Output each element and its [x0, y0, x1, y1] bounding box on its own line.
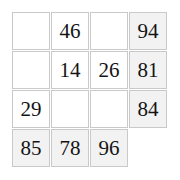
total-cell-r2c4: 81: [129, 51, 167, 89]
empty-cell-r1c3[interactable]: [90, 12, 128, 50]
total-cell-r1c4: 94: [129, 12, 167, 50]
empty-cell-r2c1[interactable]: [12, 51, 50, 89]
given-cell-r1c2: 46: [51, 12, 89, 50]
given-cell-r2c2: 14: [51, 51, 89, 89]
total-cell-r4c1: 85: [12, 129, 50, 167]
sum-grid-board: 46941426812984857896: [12, 12, 167, 167]
given-cell-r2c3: 26: [90, 51, 128, 89]
empty-cell-r3c2[interactable]: [51, 90, 89, 128]
total-cell-r3c4: 84: [129, 90, 167, 128]
given-cell-r3c1: 29: [12, 90, 50, 128]
empty-cell-r1c1[interactable]: [12, 12, 50, 50]
empty-cell-r3c3[interactable]: [90, 90, 128, 128]
puzzle-page: 46941426812984857896: [0, 0, 180, 180]
total-cell-r4c2: 78: [51, 129, 89, 167]
total-cell-r4c3: 96: [90, 129, 128, 167]
